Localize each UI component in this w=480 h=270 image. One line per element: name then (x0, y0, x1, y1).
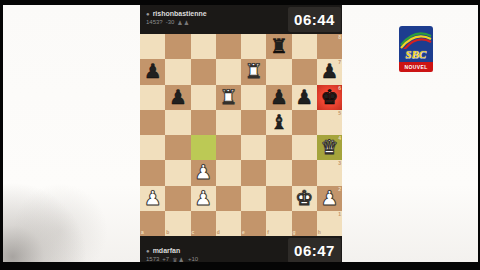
square-b3[interactable] (165, 160, 190, 185)
bottom-player-bar: ● mdarfan 1573 +7 ♛♟ +10 06:47 (140, 236, 342, 262)
coordinate-rank-1: 1 (338, 212, 341, 217)
square-c1[interactable]: c (191, 211, 216, 236)
square-c6[interactable] (191, 85, 216, 110)
coordinate-file-g: g (293, 230, 296, 235)
black-pawn[interactable]: ♟ (140, 59, 165, 84)
square-h5[interactable]: 5 (317, 110, 342, 135)
bottom-player-clock: 06:47 (288, 238, 341, 262)
square-b6[interactable]: ♟ (165, 85, 190, 110)
square-a4[interactable] (140, 135, 165, 160)
square-f8[interactable]: ♜ (266, 34, 291, 59)
square-h4[interactable]: ♛4 (317, 135, 342, 160)
white-pawn[interactable]: ♟ (191, 186, 216, 211)
square-d4[interactable] (216, 135, 241, 160)
square-a2[interactable]: ♟ (140, 186, 165, 211)
square-e1[interactable]: e (241, 211, 266, 236)
square-f7[interactable] (266, 59, 291, 84)
coordinate-rank-3: 3 (338, 161, 341, 166)
square-b5[interactable] (165, 110, 190, 135)
square-e2[interactable] (241, 186, 266, 211)
square-g3[interactable] (292, 160, 317, 185)
square-c8[interactable] (191, 34, 216, 59)
square-f4[interactable] (266, 135, 291, 160)
square-h1[interactable]: h1 (317, 211, 342, 236)
square-g8[interactable] (292, 34, 317, 59)
square-b2[interactable] (165, 186, 190, 211)
square-a6[interactable] (140, 85, 165, 110)
square-b8[interactable] (165, 34, 190, 59)
square-f1[interactable]: f (266, 211, 291, 236)
top-player-clock: 06:44 (288, 7, 341, 32)
square-b7[interactable] (165, 59, 190, 84)
coordinate-file-c: c (192, 230, 195, 235)
online-dot-icon: ● (146, 248, 150, 254)
square-e8[interactable] (241, 34, 266, 59)
square-g1[interactable]: g (292, 211, 317, 236)
coordinate-rank-4: 4 (338, 136, 341, 141)
screenshot-root: { "game": "chess", "app": "lichess-mobil… (0, 0, 480, 270)
square-c2[interactable]: ♟ (191, 186, 216, 211)
rainbow-arc-icon (399, 27, 433, 49)
square-d1[interactable]: d (216, 211, 241, 236)
square-h8[interactable]: 8 (317, 34, 342, 59)
square-d6[interactable]: ♜ (216, 85, 241, 110)
sbc-logo-subtext: NOUVEL (404, 64, 427, 70)
white-pawn[interactable]: ♟ (191, 160, 216, 185)
square-b4[interactable] (165, 135, 190, 160)
square-h6[interactable]: ♚6 (317, 85, 342, 110)
black-pawn[interactable]: ♟ (292, 85, 317, 110)
square-d5[interactable] (216, 110, 241, 135)
black-bishop[interactable]: ♝ (266, 110, 291, 135)
coordinate-rank-8: 8 (338, 35, 341, 40)
square-c7[interactable] (191, 59, 216, 84)
sbc-nouvel-logo: SBC NOUVEL (399, 26, 433, 72)
square-a3[interactable] (140, 160, 165, 185)
square-h2[interactable]: ♟2 (317, 186, 342, 211)
white-rook[interactable]: ♜ (241, 59, 266, 84)
square-c4[interactable] (191, 135, 216, 160)
phone-capture: ● rishonbastienne 1453? -30 ♟♟ 06:44 ♜8♟… (140, 5, 342, 262)
square-g2[interactable]: ♚ (292, 186, 317, 211)
coordinate-rank-7: 7 (338, 60, 341, 65)
square-e3[interactable] (241, 160, 266, 185)
letterbox-bar-bottom (0, 262, 480, 270)
square-f5[interactable]: ♝ (266, 110, 291, 135)
square-g5[interactable] (292, 110, 317, 135)
coordinate-file-e: e (242, 230, 245, 235)
top-player-bar: ● rishonbastienne 1453? -30 ♟♟ 06:44 (140, 5, 342, 34)
coordinate-file-h: h (318, 230, 321, 235)
square-d7[interactable] (216, 59, 241, 84)
black-pawn[interactable]: ♟ (266, 85, 291, 110)
white-king[interactable]: ♚ (292, 186, 317, 211)
square-e7[interactable]: ♜ (241, 59, 266, 84)
square-d2[interactable] (216, 186, 241, 211)
square-g7[interactable] (292, 59, 317, 84)
white-rook[interactable]: ♜ (216, 85, 241, 110)
square-e4[interactable] (241, 135, 266, 160)
square-a7[interactable]: ♟ (140, 59, 165, 84)
square-b1[interactable]: b (165, 211, 190, 236)
coordinate-rank-6: 6 (338, 86, 341, 91)
square-c3[interactable]: ♟ (191, 160, 216, 185)
coordinate-file-b: b (166, 230, 169, 235)
square-a8[interactable] (140, 34, 165, 59)
square-e6[interactable] (241, 85, 266, 110)
square-a1[interactable]: a (140, 211, 165, 236)
coordinate-rank-2: 2 (338, 187, 341, 192)
coordinate-file-d: d (217, 230, 220, 235)
sbc-logo-red-band: NOUVEL (399, 62, 433, 72)
online-dot-icon: ● (146, 11, 150, 17)
square-h7[interactable]: ♟7 (317, 59, 342, 84)
letterbox-bar-top (0, 0, 480, 5)
square-e5[interactable] (241, 110, 266, 135)
top-player-rating-diff: -30 (166, 19, 175, 26)
coordinate-rank-5: 5 (338, 111, 341, 116)
black-pawn[interactable]: ♟ (165, 85, 190, 110)
coordinate-file-f: f (267, 230, 269, 235)
square-h3[interactable]: 3 (317, 160, 342, 185)
top-player-rating: 1453? (146, 19, 163, 26)
top-player-name: rishonbastienne (153, 10, 207, 18)
square-c5[interactable] (191, 110, 216, 135)
top-captured-pieces-icons: ♟♟ (177, 19, 190, 26)
top-clock-time: 06:44 (294, 11, 335, 28)
bottom-clock-time: 06:47 (294, 242, 335, 259)
sbc-logo-text: SBC (399, 48, 433, 60)
square-f2[interactable] (266, 186, 291, 211)
square-f6[interactable]: ♟ (266, 85, 291, 110)
square-d8[interactable] (216, 34, 241, 59)
chess-board: ♜8♟♜♟7♟♜♟♟♚6♝5♛4♟3♟♟♚♟2abcdefgh1 (140, 34, 342, 236)
square-d3[interactable] (216, 160, 241, 185)
bottom-player-name: mdarfan (153, 247, 181, 255)
white-pawn[interactable]: ♟ (140, 186, 165, 211)
square-a5[interactable] (140, 110, 165, 135)
square-f3[interactable] (266, 160, 291, 185)
square-g4[interactable] (292, 135, 317, 160)
square-g6[interactable]: ♟ (292, 85, 317, 110)
coordinate-file-a: a (141, 230, 144, 235)
sbc-logo-blue-panel: SBC (399, 26, 433, 62)
black-rook[interactable]: ♜ (266, 34, 291, 59)
